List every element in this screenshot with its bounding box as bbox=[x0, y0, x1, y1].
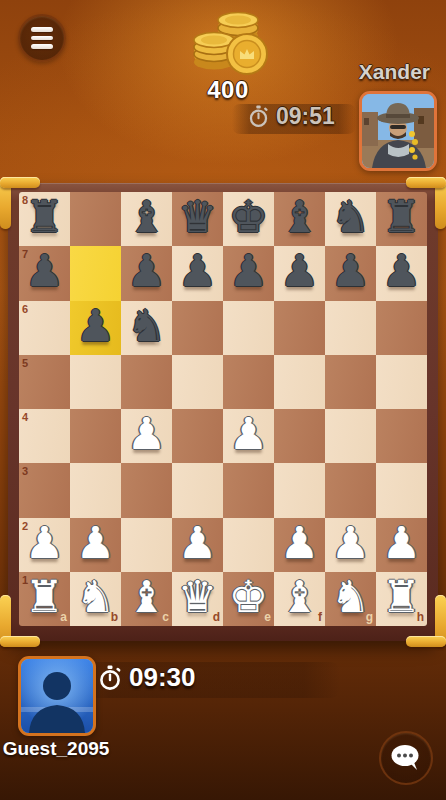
piece-white-pawn[interactable]: ♟ bbox=[127, 412, 166, 456]
piece-white-pawn[interactable]: ♟ bbox=[25, 521, 64, 565]
square-e8[interactable]: ♚ bbox=[223, 192, 274, 246]
square-d3[interactable] bbox=[172, 463, 223, 517]
chat-button[interactable] bbox=[379, 731, 433, 785]
rank-label-5: 5 bbox=[22, 358, 28, 369]
piece-white-pawn[interactable]: ♟ bbox=[382, 521, 421, 565]
piece-white-pawn[interactable]: ♟ bbox=[76, 521, 115, 565]
piece-black-pawn[interactable]: ♟ bbox=[229, 249, 268, 293]
piece-white-queen[interactable]: ♛ bbox=[178, 575, 217, 619]
square-f2[interactable]: ♟ bbox=[274, 518, 325, 572]
piece-black-king[interactable]: ♚ bbox=[229, 195, 268, 239]
square-g8[interactable]: ♞ bbox=[325, 192, 376, 246]
square-d5[interactable] bbox=[172, 355, 223, 409]
square-c8[interactable]: ♝ bbox=[121, 192, 172, 246]
chat-bubble-icon bbox=[390, 744, 422, 772]
opponent-time: 09:51 bbox=[276, 103, 335, 130]
piece-white-bishop[interactable]: ♝ bbox=[280, 575, 319, 619]
square-d6[interactable] bbox=[172, 301, 223, 355]
square-h7[interactable]: ♟ bbox=[376, 246, 427, 300]
square-b3[interactable] bbox=[70, 463, 121, 517]
square-f4[interactable] bbox=[274, 409, 325, 463]
chess-board: 8♜♝♛♚♝♞♜7♟♟♟♟♟♟♟6♟♞54♟♟32♟♟♟♟♟♟1a♜b♞c♝d♛… bbox=[8, 183, 438, 641]
coin-balance: 400 bbox=[153, 76, 303, 104]
square-a8[interactable]: 8♜ bbox=[19, 192, 70, 246]
square-a6[interactable]: 6 bbox=[19, 301, 70, 355]
stopwatch-icon bbox=[248, 105, 269, 128]
square-d7[interactable]: ♟ bbox=[172, 246, 223, 300]
square-b8[interactable] bbox=[70, 192, 121, 246]
square-d4[interactable] bbox=[172, 409, 223, 463]
square-h5[interactable] bbox=[376, 355, 427, 409]
piece-white-knight[interactable]: ♞ bbox=[76, 575, 115, 619]
square-c4[interactable]: ♟ bbox=[121, 409, 172, 463]
square-a3[interactable]: 3 bbox=[19, 463, 70, 517]
square-h8[interactable]: ♜ bbox=[376, 192, 427, 246]
piece-black-pawn[interactable]: ♟ bbox=[382, 249, 421, 293]
player-name: Guest_2095 bbox=[2, 738, 110, 760]
rank-label-4: 4 bbox=[22, 412, 28, 423]
square-e7[interactable]: ♟ bbox=[223, 246, 274, 300]
square-c5[interactable] bbox=[121, 355, 172, 409]
coin-stack-icon[interactable] bbox=[180, 8, 276, 80]
square-g6[interactable] bbox=[325, 301, 376, 355]
square-e1[interactable]: e♚ bbox=[223, 572, 274, 626]
square-c1[interactable]: c♝ bbox=[121, 572, 172, 626]
square-h1[interactable]: h♜ bbox=[376, 572, 427, 626]
square-f5[interactable] bbox=[274, 355, 325, 409]
square-f6[interactable] bbox=[274, 301, 325, 355]
square-e2[interactable] bbox=[223, 518, 274, 572]
square-g2[interactable]: ♟ bbox=[325, 518, 376, 572]
square-g1[interactable]: g♞ bbox=[325, 572, 376, 626]
square-h4[interactable] bbox=[376, 409, 427, 463]
piece-white-knight[interactable]: ♞ bbox=[331, 575, 370, 619]
square-g3[interactable] bbox=[325, 463, 376, 517]
square-g4[interactable] bbox=[325, 409, 376, 463]
square-a2[interactable]: 2♟ bbox=[19, 518, 70, 572]
piece-black-rook[interactable]: ♜ bbox=[25, 195, 64, 239]
square-c6[interactable]: ♞ bbox=[121, 301, 172, 355]
piece-white-king[interactable]: ♚ bbox=[229, 575, 268, 619]
piece-black-queen[interactable]: ♛ bbox=[178, 195, 217, 239]
piece-black-pawn[interactable]: ♟ bbox=[127, 249, 166, 293]
square-b6[interactable]: ♟ bbox=[70, 301, 121, 355]
square-a4[interactable]: 4 bbox=[19, 409, 70, 463]
coin-front bbox=[227, 34, 267, 74]
opponent-clock: 09:51 bbox=[248, 103, 335, 130]
hamburger-icon bbox=[31, 27, 53, 32]
square-e4[interactable]: ♟ bbox=[223, 409, 274, 463]
opponent-avatar[interactable] bbox=[359, 91, 437, 171]
square-b5[interactable] bbox=[70, 355, 121, 409]
piece-black-rook[interactable]: ♜ bbox=[382, 195, 421, 239]
piece-black-bishop[interactable]: ♝ bbox=[127, 195, 166, 239]
square-b1[interactable]: b♞ bbox=[70, 572, 121, 626]
square-f7[interactable]: ♟ bbox=[274, 246, 325, 300]
piece-white-pawn[interactable]: ♟ bbox=[229, 412, 268, 456]
square-c3[interactable] bbox=[121, 463, 172, 517]
square-f8[interactable]: ♝ bbox=[274, 192, 325, 246]
piece-white-rook[interactable]: ♜ bbox=[382, 575, 421, 619]
piece-white-pawn[interactable]: ♟ bbox=[178, 521, 217, 565]
square-h6[interactable] bbox=[376, 301, 427, 355]
player-avatar[interactable] bbox=[18, 656, 96, 736]
square-e6[interactable] bbox=[223, 301, 274, 355]
piece-black-pawn[interactable]: ♟ bbox=[76, 304, 115, 348]
square-e5[interactable] bbox=[223, 355, 274, 409]
square-g5[interactable] bbox=[325, 355, 376, 409]
piece-black-knight[interactable]: ♞ bbox=[331, 195, 370, 239]
square-f1[interactable]: f♝ bbox=[274, 572, 325, 626]
menu-button[interactable] bbox=[18, 14, 66, 62]
opponent-name: Xander bbox=[359, 60, 430, 84]
square-a5[interactable]: 5 bbox=[19, 355, 70, 409]
piece-black-pawn[interactable]: ♟ bbox=[280, 249, 319, 293]
piece-black-pawn[interactable]: ♟ bbox=[25, 249, 64, 293]
piece-white-pawn[interactable]: ♟ bbox=[280, 521, 319, 565]
piece-black-pawn[interactable]: ♟ bbox=[178, 249, 217, 293]
player-clock: 09:30 bbox=[98, 662, 196, 693]
square-c2[interactable] bbox=[121, 518, 172, 572]
square-f3[interactable] bbox=[274, 463, 325, 517]
stopwatch-icon bbox=[98, 665, 122, 691]
piece-black-knight[interactable]: ♞ bbox=[127, 304, 166, 348]
player-time: 09:30 bbox=[129, 662, 196, 693]
square-h2[interactable]: ♟ bbox=[376, 518, 427, 572]
square-e3[interactable] bbox=[223, 463, 274, 517]
board-grid: 8♜♝♛♚♝♞♜7♟♟♟♟♟♟♟6♟♞54♟♟32♟♟♟♟♟♟1a♜b♞c♝d♛… bbox=[19, 192, 427, 626]
square-b2[interactable]: ♟ bbox=[70, 518, 121, 572]
square-a1[interactable]: 1a♜ bbox=[19, 572, 70, 626]
square-b4[interactable] bbox=[70, 409, 121, 463]
rank-label-6: 6 bbox=[22, 304, 28, 315]
square-d1[interactable]: d♛ bbox=[172, 572, 223, 626]
square-d8[interactable]: ♛ bbox=[172, 192, 223, 246]
rank-label-3: 3 bbox=[22, 466, 28, 477]
piece-black-bishop[interactable]: ♝ bbox=[280, 195, 319, 239]
piece-white-rook[interactable]: ♜ bbox=[25, 575, 64, 619]
piece-black-pawn[interactable]: ♟ bbox=[331, 249, 370, 293]
square-b7[interactable] bbox=[70, 246, 121, 300]
square-a7[interactable]: 7♟ bbox=[19, 246, 70, 300]
square-h3[interactable] bbox=[376, 463, 427, 517]
square-c7[interactable]: ♟ bbox=[121, 246, 172, 300]
square-d2[interactable]: ♟ bbox=[172, 518, 223, 572]
game-screen: 400 Xander 09:51 bbox=[0, 0, 446, 800]
piece-white-bishop[interactable]: ♝ bbox=[127, 575, 166, 619]
square-g7[interactable]: ♟ bbox=[325, 246, 376, 300]
piece-white-pawn[interactable]: ♟ bbox=[331, 521, 370, 565]
